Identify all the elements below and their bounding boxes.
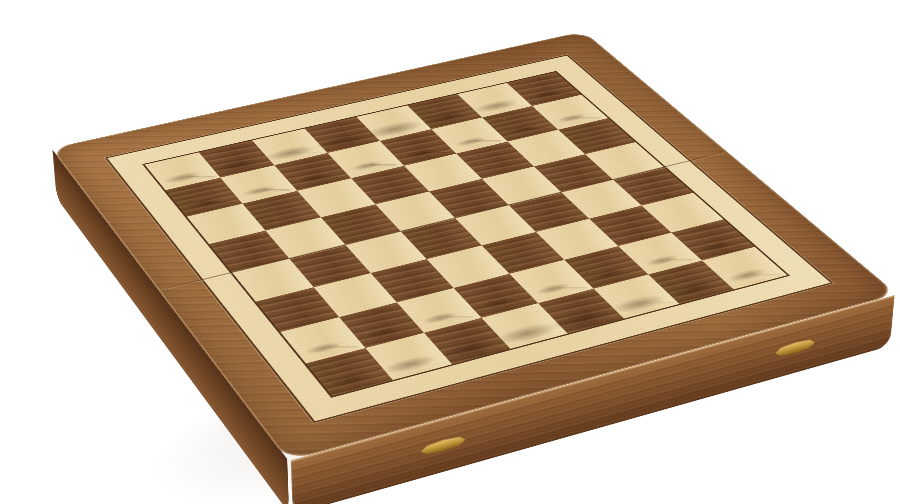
piece-white-rook-a1[interactable]: ♜ [306, 283, 403, 391]
folding-chess-box: ♜♞♝♛♚♝♞♜♟♟♟♟♟♟♟♟♟♟♟♟♟♟♟♟♜♞♝♛♚♝♞♜ [51, 31, 898, 461]
product-photo-scene: ♜♞♝♛♚♝♞♜♟♟♟♟♟♟♟♟♟♟♟♟♟♟♟♟♜♞♝♛♚♝♞♜ [0, 0, 900, 504]
perspective-space: ♜♞♝♛♚♝♞♜♟♟♟♟♟♟♟♟♟♟♟♟♟♟♟♟♜♞♝♛♚♝♞♜ [0, 0, 900, 504]
brass-latch-icon [421, 434, 465, 457]
brass-latch-icon [775, 337, 815, 359]
